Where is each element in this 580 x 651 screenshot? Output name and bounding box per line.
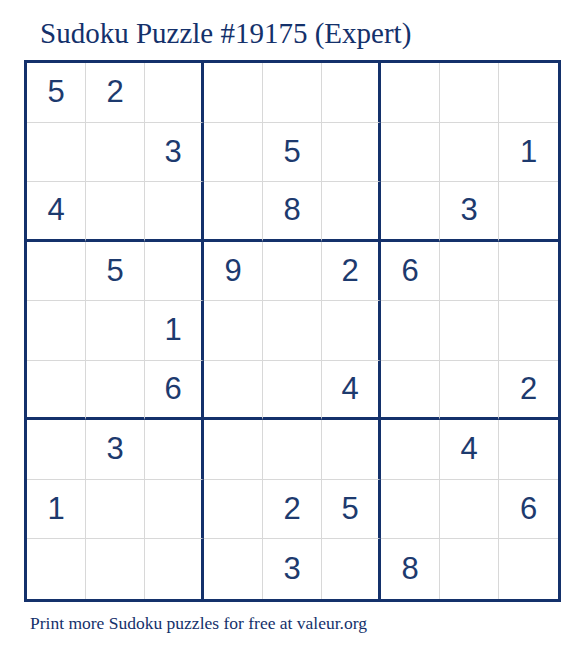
sudoku-cell-r6c1 (27, 361, 86, 421)
sudoku-cell-r6c8 (440, 361, 499, 421)
sudoku-cell-r7c9 (499, 420, 558, 480)
sudoku-cell-r9c3 (145, 539, 204, 599)
sudoku-cell-r5c1 (27, 301, 86, 361)
sudoku-cell-r3c7 (381, 182, 440, 242)
sudoku-cell-r2c5: 5 (263, 123, 322, 183)
sudoku-cell-r6c2 (86, 361, 145, 421)
sudoku-cell-r3c5: 8 (263, 182, 322, 242)
sudoku-cell-r5c4 (204, 301, 263, 361)
sudoku-cell-r1c2: 2 (86, 63, 145, 123)
sudoku-cell-r8c1: 1 (27, 480, 86, 540)
sudoku-cell-r3c9 (499, 182, 558, 242)
sudoku-cell-r9c8 (440, 539, 499, 599)
sudoku-cell-r8c7 (381, 480, 440, 540)
sudoku-cell-r9c1 (27, 539, 86, 599)
sudoku-cell-r4c4: 9 (204, 242, 263, 302)
sudoku-cell-r5c9 (499, 301, 558, 361)
sudoku-cell-r1c7 (381, 63, 440, 123)
sudoku-cell-r4c6: 2 (322, 242, 381, 302)
sudoku-cell-r6c6: 4 (322, 361, 381, 421)
sudoku-cell-r9c4 (204, 539, 263, 599)
sudoku-cell-r2c3: 3 (145, 123, 204, 183)
sudoku-cell-r3c3 (145, 182, 204, 242)
sudoku-cell-r3c2 (86, 182, 145, 242)
sudoku-cell-r1c6 (322, 63, 381, 123)
sudoku-cell-r7c5 (263, 420, 322, 480)
sudoku-cell-r4c1 (27, 242, 86, 302)
footer-credit: Print more Sudoku puzzles for free at va… (30, 613, 367, 634)
sudoku-cell-r7c8: 4 (440, 420, 499, 480)
sudoku-cell-r4c5 (263, 242, 322, 302)
sudoku-cell-r9c5: 3 (263, 539, 322, 599)
sudoku-cell-r1c4 (204, 63, 263, 123)
puzzle-title: Sudoku Puzzle #19175 (Expert) (40, 17, 411, 50)
sudoku-cell-r4c2: 5 (86, 242, 145, 302)
sudoku-cell-r7c6 (322, 420, 381, 480)
sudoku-grid: 523514835926164234125638 (24, 60, 561, 602)
sudoku-cell-r6c4 (204, 361, 263, 421)
sudoku-cell-r8c8 (440, 480, 499, 540)
sudoku-cell-r7c1 (27, 420, 86, 480)
sudoku-cell-r8c9: 6 (499, 480, 558, 540)
sudoku-cell-r1c9 (499, 63, 558, 123)
sudoku-page: Sudoku Puzzle #19175 (Expert) 5235148359… (0, 0, 580, 651)
sudoku-cell-r4c7: 6 (381, 242, 440, 302)
sudoku-cell-r9c2 (86, 539, 145, 599)
sudoku-cell-r5c6 (322, 301, 381, 361)
sudoku-cell-r1c8 (440, 63, 499, 123)
sudoku-cell-r2c8 (440, 123, 499, 183)
sudoku-cell-r5c7 (381, 301, 440, 361)
sudoku-cell-r9c7: 8 (381, 539, 440, 599)
sudoku-cell-r7c3 (145, 420, 204, 480)
sudoku-cell-r3c4 (204, 182, 263, 242)
sudoku-cell-r3c8: 3 (440, 182, 499, 242)
sudoku-cell-r6c9: 2 (499, 361, 558, 421)
sudoku-cell-r4c3 (145, 242, 204, 302)
sudoku-cell-r4c9 (499, 242, 558, 302)
sudoku-cell-r2c6 (322, 123, 381, 183)
sudoku-cell-r3c6 (322, 182, 381, 242)
sudoku-cell-r7c2: 3 (86, 420, 145, 480)
sudoku-cell-r3c1: 4 (27, 182, 86, 242)
sudoku-cell-r9c9 (499, 539, 558, 599)
sudoku-cell-r7c7 (381, 420, 440, 480)
sudoku-cell-r6c5 (263, 361, 322, 421)
sudoku-cell-r7c4 (204, 420, 263, 480)
sudoku-cell-r4c8 (440, 242, 499, 302)
sudoku-cell-r2c1 (27, 123, 86, 183)
sudoku-cell-r5c8 (440, 301, 499, 361)
sudoku-cell-r2c7 (381, 123, 440, 183)
sudoku-cell-r6c3: 6 (145, 361, 204, 421)
sudoku-cell-r8c5: 2 (263, 480, 322, 540)
sudoku-cell-r2c4 (204, 123, 263, 183)
sudoku-cell-r8c2 (86, 480, 145, 540)
sudoku-cell-r8c6: 5 (322, 480, 381, 540)
sudoku-cell-r1c3 (145, 63, 204, 123)
sudoku-cell-r5c5 (263, 301, 322, 361)
sudoku-cell-r5c3: 1 (145, 301, 204, 361)
sudoku-cell-r5c2 (86, 301, 145, 361)
sudoku-cell-r2c2 (86, 123, 145, 183)
sudoku-cell-r8c4 (204, 480, 263, 540)
sudoku-cell-r1c5 (263, 63, 322, 123)
sudoku-cell-r8c3 (145, 480, 204, 540)
sudoku-cell-r2c9: 1 (499, 123, 558, 183)
sudoku-cell-r1c1: 5 (27, 63, 86, 123)
sudoku-cell-r9c6 (322, 539, 381, 599)
sudoku-cell-r6c7 (381, 361, 440, 421)
